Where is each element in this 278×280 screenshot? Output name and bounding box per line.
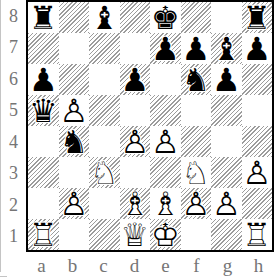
chess-board: ♜♝♚♜♟♟♝♟♟♟♞♟♛♟♙♞♟♙♟♙♞♘♞♘♟♙♟♙♝♗♝♗♟♙♟♙♜♖♛♕… xyxy=(26,0,274,252)
square-b5[interactable]: ♟♙ xyxy=(59,95,90,126)
white-bishop[interactable]: ♝♗ xyxy=(120,188,151,219)
piece-outline-glyph: ♙ xyxy=(211,188,242,219)
square-g3[interactable] xyxy=(211,157,242,188)
black-king[interactable]: ♚ xyxy=(150,2,181,33)
piece-solid-glyph: ♟ xyxy=(28,64,59,95)
piece-outline-glyph: ♙ xyxy=(59,188,90,219)
white-pawn[interactable]: ♟♙ xyxy=(181,188,212,219)
square-g5[interactable] xyxy=(211,95,242,126)
black-pawn[interactable]: ♟ xyxy=(181,33,212,64)
square-g4[interactable] xyxy=(211,126,242,157)
square-b6[interactable] xyxy=(59,64,90,95)
square-f1[interactable] xyxy=(181,219,212,250)
piece-outline-glyph: ♘ xyxy=(181,157,212,188)
black-pawn[interactable]: ♟ xyxy=(120,64,151,95)
square-b2[interactable]: ♟♙ xyxy=(59,188,90,219)
square-e8[interactable]: ♚ xyxy=(150,2,181,33)
piece-solid-glyph: ♛ xyxy=(28,95,59,126)
square-d2[interactable]: ♝♗ xyxy=(120,188,151,219)
white-knight[interactable]: ♞♘ xyxy=(89,157,120,188)
square-e4[interactable]: ♟♙ xyxy=(150,126,181,157)
file-label-c: c xyxy=(88,252,119,278)
square-e3[interactable] xyxy=(150,157,181,188)
square-g1[interactable] xyxy=(211,219,242,250)
piece-outline-glyph: ♔ xyxy=(150,219,181,250)
white-king[interactable]: ♚♔ xyxy=(150,219,181,250)
piece-solid-glyph: ♝ xyxy=(89,2,120,33)
square-h5[interactable] xyxy=(242,95,273,126)
white-pawn[interactable]: ♟♙ xyxy=(120,126,151,157)
square-d8[interactable] xyxy=(120,2,151,33)
rank-label-7: 7 xyxy=(1,32,26,64)
white-pawn[interactable]: ♟♙ xyxy=(59,95,90,126)
rank-label-5: 5 xyxy=(1,95,26,127)
square-h3[interactable]: ♟♙ xyxy=(242,157,273,188)
file-label-g: g xyxy=(212,252,243,278)
square-c5[interactable] xyxy=(89,95,120,126)
black-rook[interactable]: ♜ xyxy=(242,2,273,33)
square-c6[interactable] xyxy=(89,64,120,95)
white-pawn[interactable]: ♟♙ xyxy=(211,188,242,219)
black-pawn[interactable]: ♟ xyxy=(242,33,273,64)
piece-outline-glyph: ♘ xyxy=(89,157,120,188)
chess-diagram: 87654321 ♜♝♚♜♟♟♝♟♟♟♞♟♛♟♙♞♟♙♟♙♞♘♞♘♟♙♟♙♝♗♝… xyxy=(0,0,278,280)
square-a4[interactable] xyxy=(28,126,59,157)
black-knight[interactable]: ♞ xyxy=(181,64,212,95)
file-label-h: h xyxy=(243,252,274,278)
piece-outline-glyph: ♙ xyxy=(59,95,90,126)
white-pawn[interactable]: ♟♙ xyxy=(150,126,181,157)
piece-solid-glyph: ♞ xyxy=(181,64,212,95)
square-h8[interactable]: ♜ xyxy=(242,2,273,33)
square-c4[interactable] xyxy=(89,126,120,157)
square-a6[interactable]: ♟ xyxy=(28,64,59,95)
rank-label-8: 8 xyxy=(1,0,26,32)
rank-labels: 87654321 xyxy=(1,0,26,252)
piece-solid-glyph: ♞ xyxy=(59,126,90,157)
rank-label-2: 2 xyxy=(1,189,26,221)
white-rook[interactable]: ♜♖ xyxy=(242,219,273,250)
square-a5[interactable]: ♛ xyxy=(28,95,59,126)
piece-solid-glyph: ♟ xyxy=(242,33,273,64)
square-f7[interactable]: ♟ xyxy=(181,33,212,64)
square-d6[interactable]: ♟ xyxy=(120,64,151,95)
black-queen[interactable]: ♛ xyxy=(28,95,59,126)
piece-solid-glyph: ♝ xyxy=(211,33,242,64)
black-pawn[interactable]: ♟ xyxy=(28,64,59,95)
white-knight[interactable]: ♞♘ xyxy=(181,157,212,188)
square-c8[interactable]: ♝ xyxy=(89,2,120,33)
file-label-e: e xyxy=(150,252,181,278)
square-e2[interactable]: ♝♗ xyxy=(150,188,181,219)
file-label-f: f xyxy=(181,252,212,278)
square-d5[interactable] xyxy=(120,95,151,126)
rank-label-1: 1 xyxy=(1,221,26,253)
piece-outline-glyph: ♗ xyxy=(150,188,181,219)
square-f5[interactable] xyxy=(181,95,212,126)
black-pawn[interactable]: ♟ xyxy=(150,33,181,64)
file-label-b: b xyxy=(57,252,88,278)
piece-solid-glyph: ♟ xyxy=(120,64,151,95)
square-d7[interactable] xyxy=(120,33,151,64)
piece-solid-glyph: ♟ xyxy=(181,33,212,64)
square-e7[interactable]: ♟ xyxy=(150,33,181,64)
file-labels: abcdefgh xyxy=(26,252,274,278)
square-e5[interactable] xyxy=(150,95,181,126)
black-bishop[interactable]: ♝ xyxy=(211,33,242,64)
piece-outline-glyph: ♗ xyxy=(120,188,151,219)
piece-solid-glyph: ♟ xyxy=(211,64,242,95)
piece-solid-glyph: ♟ xyxy=(150,33,181,64)
piece-solid-glyph: ♜ xyxy=(242,2,273,33)
white-pawn[interactable]: ♟♙ xyxy=(59,188,90,219)
square-h7[interactable]: ♟ xyxy=(242,33,273,64)
file-label-d: d xyxy=(119,252,150,278)
square-d4[interactable]: ♟♙ xyxy=(120,126,151,157)
square-b3[interactable] xyxy=(59,157,90,188)
square-h4[interactable] xyxy=(242,126,273,157)
square-h2[interactable] xyxy=(242,188,273,219)
rank-label-4: 4 xyxy=(1,126,26,158)
square-c2[interactable] xyxy=(89,188,120,219)
square-f3[interactable]: ♞♘ xyxy=(181,157,212,188)
square-f2[interactable]: ♟♙ xyxy=(181,188,212,219)
white-queen[interactable]: ♛♕ xyxy=(120,219,151,250)
square-b1[interactable] xyxy=(59,219,90,250)
square-b8[interactable] xyxy=(59,2,90,33)
square-c7[interactable] xyxy=(89,33,120,64)
rank-label-6: 6 xyxy=(1,63,26,95)
square-a2[interactable] xyxy=(28,188,59,219)
piece-solid-glyph: ♚ xyxy=(150,2,181,33)
white-pawn[interactable]: ♟♙ xyxy=(242,157,273,188)
black-rook[interactable]: ♜ xyxy=(28,2,59,33)
square-b4[interactable]: ♞ xyxy=(59,126,90,157)
square-e1[interactable]: ♚♔ xyxy=(150,219,181,250)
square-a3[interactable] xyxy=(28,157,59,188)
square-c3[interactable]: ♞♘ xyxy=(89,157,120,188)
black-knight[interactable]: ♞ xyxy=(59,126,90,157)
piece-outline-glyph: ♕ xyxy=(120,219,151,250)
square-a7[interactable] xyxy=(28,33,59,64)
square-a1[interactable]: ♜♖ xyxy=(28,219,59,250)
piece-outline-glyph: ♖ xyxy=(242,219,273,250)
page-edge-stub xyxy=(0,276,7,277)
square-e6[interactable] xyxy=(150,64,181,95)
piece-solid-glyph: ♜ xyxy=(28,2,59,33)
square-f8[interactable] xyxy=(181,2,212,33)
white-rook[interactable]: ♜♖ xyxy=(28,219,59,250)
white-bishop[interactable]: ♝♗ xyxy=(150,188,181,219)
square-c1[interactable] xyxy=(89,219,120,250)
square-a8[interactable]: ♜ xyxy=(28,2,59,33)
square-b7[interactable] xyxy=(59,33,90,64)
piece-outline-glyph: ♙ xyxy=(242,157,273,188)
square-h1[interactable]: ♜♖ xyxy=(242,219,273,250)
piece-outline-glyph: ♙ xyxy=(120,126,151,157)
square-g8[interactable] xyxy=(211,2,242,33)
square-d1[interactable]: ♛♕ xyxy=(120,219,151,250)
square-g7[interactable]: ♝ xyxy=(211,33,242,64)
square-d3[interactable] xyxy=(120,157,151,188)
square-g6[interactable]: ♟ xyxy=(211,64,242,95)
piece-outline-glyph: ♙ xyxy=(181,188,212,219)
square-g2[interactable]: ♟♙ xyxy=(211,188,242,219)
rank-label-3: 3 xyxy=(1,158,26,190)
piece-outline-glyph: ♙ xyxy=(150,126,181,157)
file-label-a: a xyxy=(26,252,57,278)
square-f6[interactable]: ♞ xyxy=(181,64,212,95)
square-h6[interactable] xyxy=(242,64,273,95)
square-f4[interactable] xyxy=(181,126,212,157)
black-bishop[interactable]: ♝ xyxy=(89,2,120,33)
piece-outline-glyph: ♖ xyxy=(28,219,59,250)
black-pawn[interactable]: ♟ xyxy=(211,64,242,95)
